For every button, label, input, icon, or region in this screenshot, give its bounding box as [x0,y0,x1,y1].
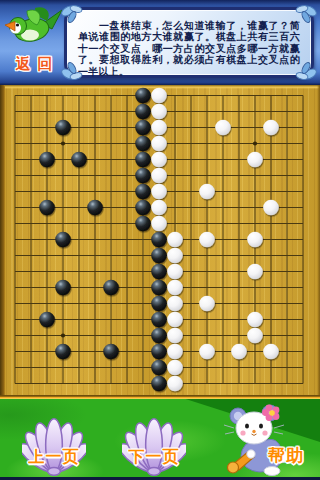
stone-black [135,168,151,184]
stone-white [199,184,215,200]
bird-icon [5,4,63,50]
stone-white [247,152,263,168]
stone-black [135,200,151,216]
stone-white [151,152,167,168]
stone-white [199,344,215,360]
stone-black [55,280,71,296]
star-point [253,141,257,145]
prev-page-button[interactable]: 上一页 [22,416,86,480]
stone-black [135,104,151,120]
stone-white [247,312,263,328]
bottom-bar [0,477,320,480]
footer: 上一页 下一页 [0,399,320,480]
stone-black [135,152,151,168]
stone-black [151,376,167,392]
stone-white [231,344,247,360]
stone-black [103,280,119,296]
stone-white [247,328,263,344]
stone-white [199,296,215,312]
stone-white [151,200,167,216]
stone-black [151,248,167,264]
back-label: 返回 [5,55,63,74]
go-board [0,85,320,395]
stone-white [263,344,279,360]
stone-white [151,168,167,184]
board-left-edge [0,85,5,395]
stone-white [151,136,167,152]
stone-black [151,360,167,376]
stone-black [151,296,167,312]
stone-black [135,184,151,200]
stone-white [151,88,167,104]
stone-black [135,216,151,232]
stone-black [55,344,71,360]
stone-white [247,264,263,280]
stone-white [215,120,231,136]
next-page-button[interactable]: 下一页 [122,416,186,480]
stone-black [39,152,55,168]
stone-white [151,216,167,232]
stone-white [167,344,183,360]
stone-black [135,88,151,104]
stone-black [103,344,119,360]
next-page-label: 下一页 [122,447,186,468]
stone-black [39,312,55,328]
stone-black [135,120,151,136]
stone-white [167,248,183,264]
stone-white [263,200,279,216]
lesson-text-panel: 一盘棋结束，怎么知道谁输了，谁赢了？简单说谁围的地方大谁就赢了。棋盘上共有三百六… [64,7,314,78]
stone-black [135,136,151,152]
stone-white [167,280,183,296]
stone-white [199,232,215,248]
stone-black [39,200,55,216]
stone-white [263,120,279,136]
stone-white [151,120,167,136]
go-board-svg [0,85,320,395]
stone-black [151,328,167,344]
stone-white [151,104,167,120]
help-button[interactable]: 帮助 [222,404,318,480]
stone-white [151,184,167,200]
lesson-text: 一盘棋结束，怎么知道谁输了，谁赢了？简单说谁围的地方大谁就赢了。棋盘上共有三百六… [67,10,311,77]
stone-black [151,312,167,328]
stone-white [247,232,263,248]
back-button[interactable]: 返回 [5,4,63,74]
stone-black [71,152,87,168]
stone-white [167,328,183,344]
stone-white [167,296,183,312]
stone-black [151,232,167,248]
stone-black [55,120,71,136]
stone-white [167,376,183,392]
stone-black [151,344,167,360]
stone-black [151,264,167,280]
stone-white [167,360,183,376]
stone-white [167,312,183,328]
star-point [61,141,65,145]
stone-black [55,232,71,248]
stone-black [151,280,167,296]
star-point [61,333,65,337]
help-label: 帮助 [256,444,316,467]
prev-page-label: 上一页 [22,447,86,468]
app-screen: 返回 一盘棋结束，怎么知道谁输了，谁赢 [0,0,320,480]
header: 返回 一盘棋结束，怎么知道谁输了，谁赢 [0,0,320,85]
stone-black [87,200,103,216]
stone-white [167,264,183,280]
stone-white [167,232,183,248]
